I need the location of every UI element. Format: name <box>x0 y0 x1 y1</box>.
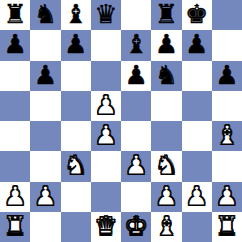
square-h4[interactable]: ♝ <box>212 121 242 151</box>
square-g4[interactable] <box>182 121 212 151</box>
square-b4[interactable] <box>30 121 60 151</box>
square-h3[interactable] <box>212 151 242 181</box>
square-c7[interactable]: ♟ <box>61 30 91 60</box>
black-rook[interactable]: ♜ <box>3 1 26 27</box>
white-rook[interactable]: ♜ <box>215 213 238 239</box>
square-d2[interactable] <box>91 182 121 212</box>
square-b8[interactable]: ♞ <box>30 0 60 30</box>
black-pawn[interactable]: ♟ <box>34 62 57 88</box>
square-h2[interactable]: ♟ <box>212 182 242 212</box>
square-a7[interactable]: ♟ <box>0 30 30 60</box>
square-b7[interactable] <box>30 30 60 60</box>
square-d8[interactable]: ♛ <box>91 0 121 30</box>
square-f8[interactable]: ♜ <box>151 0 181 30</box>
square-g3[interactable] <box>182 151 212 181</box>
white-pawn[interactable]: ♟ <box>155 183 178 209</box>
square-g5[interactable] <box>182 91 212 121</box>
white-knight[interactable]: ♞ <box>64 152 87 178</box>
black-knight[interactable]: ♞ <box>155 62 178 88</box>
square-e2[interactable] <box>121 182 151 212</box>
square-g7[interactable]: ♟ <box>182 30 212 60</box>
square-h7[interactable] <box>212 30 242 60</box>
black-pawn[interactable]: ♟ <box>64 31 87 57</box>
square-a5[interactable] <box>0 91 30 121</box>
square-e6[interactable]: ♟ <box>121 61 151 91</box>
square-e4[interactable] <box>121 121 151 151</box>
square-d7[interactable] <box>91 30 121 60</box>
black-bishop[interactable]: ♝ <box>124 31 147 57</box>
black-pawn[interactable]: ♟ <box>3 31 26 57</box>
white-bishop[interactable]: ♝ <box>215 122 238 148</box>
square-a3[interactable] <box>0 151 30 181</box>
white-pawn[interactable]: ♟ <box>3 183 26 209</box>
black-queen[interactable]: ♛ <box>94 1 117 27</box>
white-pawn[interactable]: ♟ <box>215 183 238 209</box>
square-h5[interactable] <box>212 91 242 121</box>
square-f7[interactable]: ♟ <box>151 30 181 60</box>
white-king[interactable]: ♚ <box>124 213 147 239</box>
square-f3[interactable]: ♞ <box>151 151 181 181</box>
white-queen[interactable]: ♛ <box>94 213 117 239</box>
square-b2[interactable]: ♟ <box>30 182 60 212</box>
black-knight[interactable]: ♞ <box>34 1 57 27</box>
black-rook[interactable]: ♜ <box>155 1 178 27</box>
white-pawn[interactable]: ♟ <box>185 183 208 209</box>
square-f2[interactable]: ♟ <box>151 182 181 212</box>
square-c3[interactable]: ♞ <box>61 151 91 181</box>
square-d3[interactable] <box>91 151 121 181</box>
black-pawn[interactable]: ♟ <box>215 62 238 88</box>
square-e8[interactable] <box>121 0 151 30</box>
black-pawn[interactable]: ♟ <box>124 62 147 88</box>
square-d1[interactable]: ♛ <box>91 212 121 242</box>
black-pawn[interactable]: ♟ <box>155 31 178 57</box>
square-g6[interactable] <box>182 61 212 91</box>
square-a1[interactable]: ♜ <box>0 212 30 242</box>
white-pawn[interactable]: ♟ <box>94 122 117 148</box>
square-f4[interactable] <box>151 121 181 151</box>
square-c4[interactable] <box>61 121 91 151</box>
black-king[interactable]: ♚ <box>185 1 208 27</box>
square-a2[interactable]: ♟ <box>0 182 30 212</box>
white-bishop[interactable]: ♝ <box>155 213 178 239</box>
square-h8[interactable] <box>212 0 242 30</box>
square-h6[interactable]: ♟ <box>212 61 242 91</box>
square-e3[interactable]: ♟ <box>121 151 151 181</box>
chess-board-window: ♜♞♝♛♜♚♟♟♝♟♟♟♟♞♟♟♟♝♞♟♞♟♟♟♟♟♜♛♚♝♜ <box>0 0 242 242</box>
white-knight[interactable]: ♞ <box>155 152 178 178</box>
square-b1[interactable] <box>30 212 60 242</box>
square-c8[interactable]: ♝ <box>61 0 91 30</box>
white-rook[interactable]: ♜ <box>3 213 26 239</box>
square-f5[interactable] <box>151 91 181 121</box>
black-pawn[interactable]: ♟ <box>185 31 208 57</box>
square-e1[interactable]: ♚ <box>121 212 151 242</box>
white-pawn[interactable]: ♟ <box>34 183 57 209</box>
black-bishop[interactable]: ♝ <box>64 1 87 27</box>
square-b5[interactable] <box>30 91 60 121</box>
square-d6[interactable] <box>91 61 121 91</box>
white-pawn[interactable]: ♟ <box>94 92 117 118</box>
square-g1[interactable] <box>182 212 212 242</box>
square-b6[interactable]: ♟ <box>30 61 60 91</box>
white-pawn[interactable]: ♟ <box>124 152 147 178</box>
square-f1[interactable]: ♝ <box>151 212 181 242</box>
square-b3[interactable] <box>30 151 60 181</box>
square-a6[interactable] <box>0 61 30 91</box>
square-f6[interactable]: ♞ <box>151 61 181 91</box>
square-g8[interactable]: ♚ <box>182 0 212 30</box>
square-a8[interactable]: ♜ <box>0 0 30 30</box>
square-c1[interactable] <box>61 212 91 242</box>
square-c5[interactable] <box>61 91 91 121</box>
square-h1[interactable]: ♜ <box>212 212 242 242</box>
chess-board: ♜♞♝♛♜♚♟♟♝♟♟♟♟♞♟♟♟♝♞♟♞♟♟♟♟♟♜♛♚♝♜ <box>0 0 242 242</box>
square-e7[interactable]: ♝ <box>121 30 151 60</box>
square-d5[interactable]: ♟ <box>91 91 121 121</box>
square-g2[interactable]: ♟ <box>182 182 212 212</box>
square-c2[interactable] <box>61 182 91 212</box>
square-e5[interactable] <box>121 91 151 121</box>
square-d4[interactable]: ♟ <box>91 121 121 151</box>
square-c6[interactable] <box>61 61 91 91</box>
square-a4[interactable] <box>0 121 30 151</box>
